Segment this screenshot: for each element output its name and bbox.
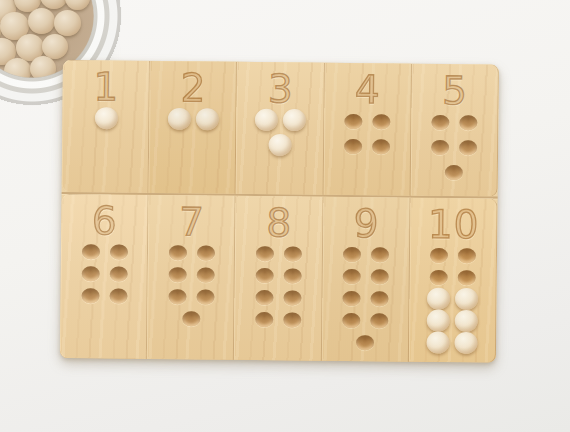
hole-row <box>169 245 215 260</box>
hole-row <box>432 115 478 130</box>
counting-hole[interactable] <box>169 245 187 260</box>
hole-row <box>168 267 214 282</box>
counting-hole[interactable] <box>255 290 273 305</box>
counting-hole[interactable] <box>344 139 362 154</box>
hole-grid-1 <box>97 111 115 126</box>
tile-10: 10 <box>409 198 498 363</box>
counting-hole[interactable] <box>257 113 275 128</box>
hole-row <box>431 140 477 155</box>
engraved-number-7: 7 <box>179 200 205 243</box>
hole-row <box>343 291 389 306</box>
engraved-number-1: 1 <box>93 65 119 108</box>
counting-hole[interactable] <box>430 270 448 285</box>
counting-hole[interactable] <box>430 292 448 307</box>
hole-row <box>170 112 216 127</box>
counting-hole[interactable] <box>445 165 463 180</box>
counting-ball[interactable] <box>168 107 191 129</box>
hole-row <box>81 266 127 281</box>
counting-hole[interactable] <box>430 314 448 329</box>
engraved-number-2: 2 <box>180 66 206 109</box>
counting-hole[interactable] <box>170 112 188 127</box>
tile-7: 7 <box>147 195 236 360</box>
counting-hole[interactable] <box>460 115 478 130</box>
counting-hole[interactable] <box>168 267 186 282</box>
counting-hole[interactable] <box>81 266 99 281</box>
counting-hole[interactable] <box>430 248 448 263</box>
board-row-1-to-5: 12345 <box>62 60 499 199</box>
counting-hole[interactable] <box>82 244 100 259</box>
hole-row <box>182 311 200 326</box>
counting-hole[interactable] <box>283 290 301 305</box>
counting-ball[interactable] <box>427 287 450 309</box>
engraved-number-6: 6 <box>92 199 118 242</box>
counting-hole[interactable] <box>458 248 476 263</box>
counting-hole[interactable] <box>372 114 390 129</box>
tile-2: 2 <box>149 61 238 194</box>
counting-hole[interactable] <box>81 288 99 303</box>
counting-hole[interactable] <box>196 267 214 282</box>
counting-hole[interactable] <box>168 289 186 304</box>
counting-hole[interactable] <box>371 291 389 306</box>
counting-hole[interactable] <box>459 140 477 155</box>
counting-hole[interactable] <box>343 247 361 262</box>
hole-grid-8 <box>255 246 302 327</box>
hole-row <box>257 113 303 128</box>
counting-hole[interactable] <box>457 336 475 351</box>
counting-hole[interactable] <box>344 114 362 129</box>
tile-3: 3 <box>236 62 325 195</box>
counting-hole[interactable] <box>432 115 450 130</box>
counting-hole[interactable] <box>198 112 216 127</box>
hole-row <box>430 292 476 307</box>
hole-row <box>168 289 214 304</box>
hole-row <box>430 314 476 329</box>
hole-row <box>256 268 302 283</box>
hole-row <box>255 312 301 327</box>
counting-ball[interactable] <box>427 309 450 331</box>
counting-ball[interactable] <box>427 331 450 353</box>
hole-grid-5 <box>431 115 478 180</box>
counting-hole[interactable] <box>285 113 303 128</box>
engraved-number-4: 4 <box>355 68 381 111</box>
tile-1: 1 <box>62 60 151 193</box>
counting-hole[interactable] <box>110 244 128 259</box>
counting-ball[interactable] <box>455 309 478 331</box>
counting-hole[interactable] <box>196 289 214 304</box>
counting-hole[interactable] <box>284 246 302 261</box>
hole-grid-9 <box>342 247 389 350</box>
counting-hole[interactable] <box>370 313 388 328</box>
hole-row <box>344 114 390 129</box>
hole-row <box>429 336 475 351</box>
counting-ball[interactable] <box>455 287 478 309</box>
hole-row <box>97 111 115 126</box>
counting-hole[interactable] <box>256 268 274 283</box>
counting-hole[interactable] <box>342 313 360 328</box>
counting-ball[interactable] <box>455 331 478 353</box>
counting-hole[interactable] <box>109 288 127 303</box>
counting-hole[interactable] <box>343 291 361 306</box>
counting-hole[interactable] <box>182 311 200 326</box>
hole-grid-6 <box>81 244 128 303</box>
hole-row <box>81 288 127 303</box>
board-row-6-to-10: 678910 <box>60 194 498 363</box>
counting-hole[interactable] <box>109 266 127 281</box>
hole-row <box>343 269 389 284</box>
hole-grid-4 <box>344 114 390 154</box>
counting-ball[interactable] <box>268 133 291 155</box>
counting-ball[interactable] <box>196 108 219 130</box>
hole-grid-7 <box>168 245 215 326</box>
counting-board: 12345 678910 <box>60 60 499 363</box>
hole-row <box>430 248 476 263</box>
tile-6: 6 <box>60 194 149 359</box>
counting-ball[interactable] <box>283 108 306 130</box>
tile-8: 8 <box>234 196 323 361</box>
counting-hole[interactable] <box>343 269 361 284</box>
counting-hole[interactable] <box>256 246 274 261</box>
engraved-number-10: 10 <box>428 203 480 247</box>
counting-hole[interactable] <box>458 314 476 329</box>
counting-hole[interactable] <box>271 138 289 153</box>
counting-hole[interactable] <box>372 139 390 154</box>
counting-hole[interactable] <box>356 335 374 350</box>
hole-row <box>342 313 388 328</box>
counting-hole[interactable] <box>197 245 215 260</box>
hole-grid-3 <box>257 113 303 153</box>
hole-row <box>271 138 289 153</box>
hole-row <box>256 246 302 261</box>
hole-row <box>430 270 476 285</box>
hole-row <box>82 244 128 259</box>
hole-grid-10 <box>429 248 476 351</box>
hole-row <box>344 139 390 154</box>
hole-grid-2 <box>170 112 216 127</box>
engraved-number-3: 3 <box>268 67 294 110</box>
hole-row <box>343 247 389 262</box>
counting-hole[interactable] <box>97 111 115 126</box>
tile-5: 5 <box>410 64 499 197</box>
counting-hole[interactable] <box>255 312 273 327</box>
tile-4: 4 <box>323 63 412 196</box>
counting-hole[interactable] <box>284 268 302 283</box>
counting-hole[interactable] <box>431 140 449 155</box>
hole-row <box>255 290 301 305</box>
photo-scene: 12345 678910 <box>0 0 570 432</box>
engraved-number-9: 9 <box>353 202 379 245</box>
counting-ball[interactable] <box>255 108 278 130</box>
counting-hole[interactable] <box>371 269 389 284</box>
counting-hole[interactable] <box>283 312 301 327</box>
tile-9: 9 <box>321 197 410 362</box>
counting-hole[interactable] <box>458 292 476 307</box>
hole-row <box>356 335 374 350</box>
counting-hole[interactable] <box>458 270 476 285</box>
engraved-number-8: 8 <box>266 201 292 244</box>
counting-hole[interactable] <box>429 336 447 351</box>
engraved-number-5: 5 <box>442 69 468 112</box>
counting-ball[interactable] <box>94 107 117 129</box>
counting-hole[interactable] <box>371 247 389 262</box>
hole-row <box>445 165 463 180</box>
